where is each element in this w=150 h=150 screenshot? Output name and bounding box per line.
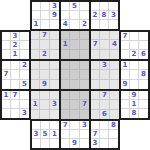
cell-r3c10[interactable] bbox=[100, 31, 109, 40]
cell-r0c8[interactable] bbox=[80, 2, 89, 11]
cell-r0c11[interactable] bbox=[109, 2, 118, 11]
given-digit-r5c1[interactable]: 1 bbox=[11, 50, 20, 59]
given-digit-r3c4[interactable]: 7 bbox=[40, 31, 49, 40]
cell-r0c9[interactable] bbox=[91, 2, 100, 11]
cell-r10c2[interactable] bbox=[20, 100, 29, 109]
cell-r2c5[interactable] bbox=[50, 20, 59, 29]
cell-r6c5[interactable] bbox=[50, 61, 59, 70]
cell-r14c4[interactable] bbox=[41, 139, 50, 148]
sudoku-box: 72 bbox=[30, 30, 60, 60]
cell-r1c8[interactable] bbox=[80, 11, 89, 20]
sudoku-box: 918 bbox=[120, 90, 150, 120]
cell-r8c1[interactable] bbox=[11, 80, 20, 89]
sudoku-box: 283 bbox=[90, 0, 120, 30]
cell-r8c13[interactable] bbox=[130, 80, 139, 89]
sudoku-box: 7 bbox=[60, 90, 90, 120]
cell-r14c3[interactable] bbox=[32, 139, 41, 148]
given-digit-r2c8[interactable]: 2 bbox=[80, 20, 89, 29]
cell-r10c7[interactable] bbox=[70, 100, 79, 109]
cell-r1c3[interactable] bbox=[32, 11, 41, 20]
given-digit-r1c11[interactable]: 3 bbox=[109, 11, 118, 20]
cell-r9c7[interactable] bbox=[70, 91, 79, 100]
cell-r6c11[interactable] bbox=[110, 61, 119, 70]
given-digit-r13c5[interactable]: 1 bbox=[50, 130, 59, 139]
cell-r4c5[interactable] bbox=[50, 40, 59, 49]
given-digit-r10c13[interactable]: 1 bbox=[130, 100, 139, 109]
cell-r10c14[interactable] bbox=[139, 100, 148, 109]
cell-r7c2[interactable] bbox=[20, 70, 29, 79]
cell-r9c12[interactable] bbox=[121, 91, 130, 100]
cell-r1c7[interactable] bbox=[70, 11, 79, 20]
cell-r5c6[interactable] bbox=[61, 50, 70, 59]
cell-r6c14[interactable] bbox=[139, 61, 148, 70]
cell-r7c11[interactable] bbox=[110, 70, 119, 79]
cell-r2c7[interactable] bbox=[70, 20, 79, 29]
cell-r4c14[interactable] bbox=[139, 41, 148, 50]
given-digit-r1c5[interactable]: 9 bbox=[50, 11, 59, 20]
sudoku-box: 1 bbox=[60, 30, 90, 60]
cell-r4c13[interactable] bbox=[130, 41, 139, 50]
cell-r5c7[interactable] bbox=[70, 50, 79, 59]
cell-r10c0[interactable] bbox=[2, 100, 11, 109]
cell-r7c7[interactable] bbox=[70, 70, 79, 79]
cell-r1c4[interactable] bbox=[41, 11, 50, 20]
cell-r14c5[interactable] bbox=[50, 139, 59, 148]
given-digit-r13c9[interactable]: 7 bbox=[91, 130, 100, 139]
sudoku-box: 873 bbox=[90, 120, 120, 150]
given-digit-r5c14[interactable]: 6 bbox=[139, 50, 148, 59]
cell-r6c7[interactable] bbox=[70, 61, 79, 70]
cell-r5c0[interactable] bbox=[2, 50, 11, 59]
given-digit-r10c8[interactable]: 7 bbox=[80, 100, 89, 109]
sudoku-box: 74 bbox=[90, 30, 120, 60]
cell-r14c11[interactable] bbox=[109, 139, 118, 148]
cell-r4c2[interactable] bbox=[20, 41, 29, 50]
cell-r12c4[interactable] bbox=[41, 121, 50, 130]
cell-r9c14[interactable] bbox=[139, 91, 148, 100]
sudoku-box: 351 bbox=[30, 120, 60, 150]
cell-r8c8[interactable] bbox=[80, 80, 89, 89]
sudoku-box: 76 bbox=[90, 90, 120, 120]
cell-r6c6[interactable] bbox=[61, 61, 70, 70]
given-digit-r5c13[interactable]: 2 bbox=[130, 50, 139, 59]
cell-r5c11[interactable] bbox=[110, 50, 119, 59]
cell-r11c11[interactable] bbox=[110, 110, 119, 119]
given-digit-r11c2[interactable]: 3 bbox=[20, 109, 29, 118]
given-digit-r13c4[interactable]: 5 bbox=[41, 130, 50, 139]
cell-r7c13[interactable] bbox=[130, 70, 139, 79]
cell-r6c13[interactable] bbox=[130, 61, 139, 70]
given-digit-r10c3[interactable]: 1 bbox=[31, 100, 40, 109]
cell-r13c8[interactable] bbox=[80, 130, 89, 139]
given-digit-r0c5[interactable]: 3 bbox=[50, 2, 59, 11]
given-digit-r9c0[interactable]: 1 bbox=[2, 91, 11, 100]
cell-r10c10[interactable] bbox=[100, 100, 109, 109]
cell-r7c4[interactable] bbox=[40, 70, 49, 79]
cell-r4c4[interactable] bbox=[40, 40, 49, 49]
cell-r8c10[interactable] bbox=[100, 80, 109, 89]
given-digit-r7c14[interactable]: 8 bbox=[139, 70, 148, 79]
cell-r10c12[interactable] bbox=[121, 100, 130, 109]
cell-r11c1[interactable] bbox=[11, 109, 20, 118]
given-digit-r1c10[interactable]: 8 bbox=[100, 11, 109, 20]
cell-r13c7[interactable] bbox=[70, 130, 79, 139]
sudoku-box: 3 bbox=[90, 60, 120, 90]
cell-r8c3[interactable] bbox=[31, 80, 40, 89]
cell-r7c1[interactable] bbox=[11, 70, 20, 79]
given-digit-r2c3[interactable]: 1 bbox=[32, 20, 41, 29]
given-digit-r14c7[interactable]: 9 bbox=[70, 139, 79, 148]
given-digit-r12c8[interactable]: 3 bbox=[80, 121, 89, 130]
given-digit-r9c1[interactable]: 7 bbox=[11, 91, 20, 100]
cell-r9c4[interactable] bbox=[40, 91, 49, 100]
given-digit-r9c13[interactable]: 9 bbox=[130, 91, 139, 100]
sudoku-box bbox=[60, 60, 90, 90]
cell-r4c3[interactable] bbox=[31, 40, 40, 49]
cell-r2c11[interactable] bbox=[109, 20, 118, 29]
sudoku-box: 189 bbox=[120, 60, 150, 90]
given-digit-r4c11[interactable]: 4 bbox=[110, 40, 119, 49]
cell-r6c3[interactable] bbox=[31, 61, 40, 70]
given-digit-r13c3[interactable]: 3 bbox=[32, 130, 41, 139]
cell-r5c5[interactable] bbox=[50, 50, 59, 59]
cell-r10c9[interactable] bbox=[91, 100, 100, 109]
cell-r4c10[interactable] bbox=[100, 40, 109, 49]
sudoku-box: 542 bbox=[60, 0, 90, 30]
given-digit-r11c13[interactable]: 8 bbox=[130, 109, 139, 118]
cell-r8c14[interactable] bbox=[139, 80, 148, 89]
given-digit-r4c9[interactable]: 7 bbox=[91, 40, 100, 49]
cell-r6c9[interactable] bbox=[91, 61, 100, 70]
sudoku-box: 321 bbox=[0, 30, 30, 60]
cell-r3c0[interactable] bbox=[2, 32, 11, 41]
sudoku-box: 391 bbox=[30, 0, 60, 30]
cell-r7c6[interactable] bbox=[61, 70, 70, 79]
cell-r11c3[interactable] bbox=[31, 110, 40, 119]
cell-r11c7[interactable] bbox=[70, 110, 79, 119]
cell-r9c8[interactable] bbox=[80, 91, 89, 100]
given-digit-r9c10[interactable]: 7 bbox=[100, 91, 109, 100]
cell-r12c5[interactable] bbox=[50, 121, 59, 130]
given-digit-r4c6[interactable]: 1 bbox=[61, 40, 70, 49]
given-digit-r6c10[interactable]: 3 bbox=[100, 61, 109, 70]
cell-r4c12[interactable] bbox=[121, 41, 130, 50]
given-digit-r1c9[interactable]: 2 bbox=[91, 11, 100, 20]
given-digit-r12c6[interactable]: 7 bbox=[61, 121, 70, 130]
given-digit-r5c4[interactable]: 2 bbox=[40, 50, 49, 59]
cell-r14c6[interactable] bbox=[61, 139, 70, 148]
cell-r1c6[interactable] bbox=[61, 11, 70, 20]
cell-r12c7[interactable] bbox=[70, 121, 79, 130]
cell-r3c2[interactable] bbox=[20, 32, 29, 41]
sudoku-box: 9 bbox=[30, 60, 60, 90]
cell-r11c5[interactable] bbox=[50, 110, 59, 119]
cell-r11c4[interactable] bbox=[40, 110, 49, 119]
cell-r10c6[interactable] bbox=[61, 100, 70, 109]
sudoku-box: 173 bbox=[0, 90, 30, 120]
given-digit-r2c6[interactable]: 4 bbox=[61, 20, 70, 29]
sudoku-box: 13 bbox=[30, 90, 60, 120]
cell-r12c3[interactable] bbox=[32, 121, 41, 130]
sudoku-box: 739 bbox=[60, 120, 90, 150]
given-digit-r0c7[interactable]: 5 bbox=[70, 2, 79, 11]
cell-r0c6[interactable] bbox=[61, 2, 70, 11]
cell-r0c10[interactable] bbox=[100, 2, 109, 11]
cell-r8c6[interactable] bbox=[61, 80, 70, 89]
cell-r12c10[interactable] bbox=[100, 121, 109, 130]
cell-r7c9[interactable] bbox=[91, 70, 100, 79]
cell-r5c12[interactable] bbox=[121, 50, 130, 59]
cell-r9c11[interactable] bbox=[110, 91, 119, 100]
cell-r7c10[interactable] bbox=[100, 70, 109, 79]
cell-r13c10[interactable] bbox=[100, 130, 109, 139]
cell-r3c5[interactable] bbox=[50, 31, 59, 40]
cell-r3c13[interactable] bbox=[130, 32, 139, 41]
cell-r10c1[interactable] bbox=[11, 100, 20, 109]
cell-r11c9[interactable] bbox=[91, 110, 100, 119]
cell-r3c11[interactable] bbox=[110, 31, 119, 40]
cell-r5c3[interactable] bbox=[31, 50, 40, 59]
cell-r2c9[interactable] bbox=[91, 20, 100, 29]
cell-r8c5[interactable] bbox=[50, 80, 59, 89]
given-digit-r10c5[interactable]: 3 bbox=[50, 100, 59, 109]
cell-r11c0[interactable] bbox=[2, 109, 11, 118]
cell-r6c0[interactable] bbox=[2, 61, 11, 70]
cell-r8c7[interactable] bbox=[70, 80, 79, 89]
cell-r6c4[interactable] bbox=[40, 61, 49, 70]
given-digit-r8c2[interactable]: 5 bbox=[20, 80, 29, 89]
cell-r14c8[interactable] bbox=[80, 139, 89, 148]
given-digit-r11c10[interactable]: 6 bbox=[100, 110, 109, 119]
cell-r10c4[interactable] bbox=[40, 100, 49, 109]
sudoku-box: 275 bbox=[0, 60, 30, 90]
sudoku-box: 726 bbox=[120, 30, 150, 60]
cell-r9c5[interactable] bbox=[50, 91, 59, 100]
cell-r6c8[interactable] bbox=[80, 61, 89, 70]
cell-r3c3[interactable] bbox=[31, 31, 40, 40]
cell-r7c8[interactable] bbox=[80, 70, 89, 79]
puzzle-board: 3915422833217217472627593189173137769183… bbox=[0, 0, 150, 150]
given-digit-r12c11[interactable]: 8 bbox=[109, 121, 118, 130]
cell-r9c2[interactable] bbox=[20, 91, 29, 100]
cell-r8c0[interactable] bbox=[2, 80, 11, 89]
cell-r5c2[interactable] bbox=[20, 50, 29, 59]
cell-r11c14[interactable] bbox=[139, 109, 148, 118]
cell-r11c6[interactable] bbox=[61, 110, 70, 119]
cell-r13c11[interactable] bbox=[109, 130, 118, 139]
cell-r2c10[interactable] bbox=[100, 20, 109, 29]
cell-r9c9[interactable] bbox=[91, 91, 100, 100]
cell-r3c8[interactable] bbox=[80, 31, 89, 40]
cell-r13c6[interactable] bbox=[61, 130, 70, 139]
given-digit-r6c2[interactable]: 2 bbox=[20, 61, 29, 70]
given-digit-r8c12[interactable]: 9 bbox=[121, 80, 130, 89]
cell-r8c9[interactable] bbox=[91, 80, 100, 89]
cell-r3c6[interactable] bbox=[61, 31, 70, 40]
cell-r7c12[interactable] bbox=[121, 70, 130, 79]
cell-r8c11[interactable] bbox=[110, 80, 119, 89]
cell-r0c4[interactable] bbox=[41, 2, 50, 11]
cell-r3c7[interactable] bbox=[70, 31, 79, 40]
cell-r4c7[interactable] bbox=[70, 40, 79, 49]
given-digit-r6c12[interactable]: 1 bbox=[121, 61, 130, 70]
given-digit-r7c0[interactable]: 7 bbox=[2, 70, 11, 79]
cell-r7c5[interactable] bbox=[50, 70, 59, 79]
cell-r9c6[interactable] bbox=[61, 91, 70, 100]
cell-r12c9[interactable] bbox=[91, 121, 100, 130]
cell-r5c10[interactable] bbox=[100, 50, 109, 59]
cell-r4c0[interactable] bbox=[2, 41, 11, 50]
given-digit-r8c4[interactable]: 9 bbox=[40, 80, 49, 89]
cell-r5c8[interactable] bbox=[80, 50, 89, 59]
cell-r3c9[interactable] bbox=[91, 31, 100, 40]
given-digit-r3c1[interactable]: 3 bbox=[11, 32, 20, 41]
cell-r7c3[interactable] bbox=[31, 70, 40, 79]
cell-r4c8[interactable] bbox=[80, 40, 89, 49]
given-digit-r3c12[interactable]: 7 bbox=[121, 32, 130, 41]
cell-r11c8[interactable] bbox=[80, 110, 89, 119]
cell-r5c9[interactable] bbox=[91, 50, 100, 59]
cell-r2c4[interactable] bbox=[41, 20, 50, 29]
given-digit-r4c1[interactable]: 2 bbox=[11, 41, 20, 50]
cell-r3c14[interactable] bbox=[139, 32, 148, 41]
cell-r6c1[interactable] bbox=[11, 61, 20, 70]
cell-r0c3[interactable] bbox=[32, 2, 41, 11]
cell-r11c12[interactable] bbox=[121, 109, 130, 118]
cell-r14c10[interactable] bbox=[100, 139, 109, 148]
cell-r10c11[interactable] bbox=[110, 100, 119, 109]
cell-r9c3[interactable] bbox=[31, 91, 40, 100]
given-digit-r14c9[interactable]: 3 bbox=[91, 139, 100, 148]
